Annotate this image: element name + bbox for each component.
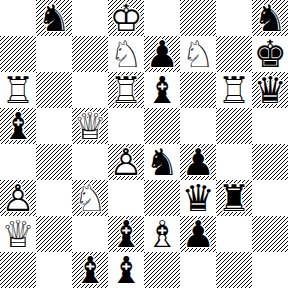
piece-glyph: ♙ (109, 144, 142, 181)
piece-black-pawn[interactable]: ♟♟ (180, 216, 216, 252)
piece-glyph: ♛ (181, 180, 214, 217)
piece-black-rook[interactable]: ♜♜ (216, 180, 252, 216)
square-a4[interactable] (0, 144, 36, 180)
piece-black-king[interactable]: ♚♚ (252, 36, 288, 72)
square-c4[interactable] (72, 144, 108, 180)
piece-black-knight[interactable]: ♞♞ (144, 144, 180, 180)
piece-black-queen[interactable]: ♛♛ (180, 180, 216, 216)
piece-glyph: ♞ (145, 144, 178, 181)
piece-white-pawn[interactable]: ♟♙ (0, 180, 36, 216)
piece-black-bishop[interactable]: ♝♝ (0, 108, 36, 144)
square-f4[interactable]: ♟♟ (180, 144, 216, 180)
square-e6[interactable]: ♝♝ (144, 72, 180, 108)
square-e7[interactable]: ♟♟ (144, 36, 180, 72)
square-d1[interactable]: ♝♝ (108, 252, 144, 288)
piece-glyph: ♖ (217, 72, 250, 109)
piece-black-bishop[interactable]: ♝♝ (144, 72, 180, 108)
square-b8[interactable]: ♞♞ (36, 0, 72, 36)
square-h5[interactable] (252, 108, 288, 144)
square-b3[interactable] (36, 180, 72, 216)
square-c6[interactable] (72, 72, 108, 108)
square-h2[interactable] (252, 216, 288, 252)
square-c2[interactable] (72, 216, 108, 252)
square-e2[interactable]: ♝♗ (144, 216, 180, 252)
piece-white-pawn[interactable]: ♟♙ (108, 144, 144, 180)
chess-board: ♞♞♚♔♞♞♞♘♟♟♞♘♚♚♜♖♜♖♝♝♜♖♛♛♝♝♛♕♟♙♞♞♟♟♟♙♞♘♛♛… (0, 0, 288, 288)
square-g7[interactable] (216, 36, 252, 72)
piece-glyph: ♝ (109, 216, 142, 253)
square-e5[interactable] (144, 108, 180, 144)
square-b7[interactable] (36, 36, 72, 72)
piece-glyph: ♙ (1, 180, 34, 217)
square-g8[interactable] (216, 0, 252, 36)
square-c5[interactable]: ♛♕ (72, 108, 108, 144)
square-h6[interactable]: ♛♛ (252, 72, 288, 108)
square-c1[interactable]: ♝♝ (72, 252, 108, 288)
square-a7[interactable] (0, 36, 36, 72)
square-d6[interactable]: ♜♖ (108, 72, 144, 108)
piece-black-bishop[interactable]: ♝♝ (108, 252, 144, 288)
square-d2[interactable]: ♝♝ (108, 216, 144, 252)
square-h3[interactable] (252, 180, 288, 216)
piece-glyph: ♝ (1, 108, 34, 145)
square-f1[interactable] (180, 252, 216, 288)
piece-glyph: ♘ (73, 180, 106, 217)
piece-glyph: ♝ (145, 72, 178, 109)
piece-glyph: ♟ (181, 144, 214, 181)
square-e4[interactable]: ♞♞ (144, 144, 180, 180)
square-h1[interactable] (252, 252, 288, 288)
square-a1[interactable] (0, 252, 36, 288)
piece-glyph: ♔ (109, 0, 142, 37)
piece-white-king[interactable]: ♚♔ (108, 0, 144, 36)
square-d4[interactable]: ♟♙ (108, 144, 144, 180)
piece-black-bishop[interactable]: ♝♝ (108, 216, 144, 252)
piece-black-pawn[interactable]: ♟♟ (180, 144, 216, 180)
square-b1[interactable] (36, 252, 72, 288)
piece-white-bishop[interactable]: ♝♗ (144, 216, 180, 252)
square-d8[interactable]: ♚♔ (108, 0, 144, 36)
piece-white-queen[interactable]: ♛♕ (72, 108, 108, 144)
piece-glyph: ♞ (37, 0, 70, 37)
square-c7[interactable] (72, 36, 108, 72)
piece-glyph: ♟ (145, 36, 178, 73)
square-g6[interactable]: ♜♖ (216, 72, 252, 108)
square-f5[interactable] (180, 108, 216, 144)
piece-glyph: ♗ (145, 216, 178, 253)
piece-glyph: ♜ (217, 180, 250, 217)
piece-glyph: ♖ (1, 72, 34, 109)
piece-glyph: ♛ (253, 72, 286, 109)
square-a3[interactable]: ♟♙ (0, 180, 36, 216)
piece-black-knight[interactable]: ♞♞ (36, 0, 72, 36)
piece-glyph: ♖ (109, 72, 142, 109)
square-g5[interactable] (216, 108, 252, 144)
square-e1[interactable] (144, 252, 180, 288)
square-d7[interactable]: ♞♘ (108, 36, 144, 72)
piece-white-rook[interactable]: ♜♖ (216, 72, 252, 108)
square-b5[interactable] (36, 108, 72, 144)
piece-glyph: ♟ (181, 216, 214, 253)
square-d5[interactable] (108, 108, 144, 144)
piece-black-pawn[interactable]: ♟♟ (144, 36, 180, 72)
piece-white-knight[interactable]: ♞♘ (108, 36, 144, 72)
piece-black-bishop[interactable]: ♝♝ (72, 252, 108, 288)
square-f6[interactable] (180, 72, 216, 108)
square-a8[interactable] (0, 0, 36, 36)
square-g3[interactable]: ♜♜ (216, 180, 252, 216)
piece-black-queen[interactable]: ♛♛ (252, 72, 288, 108)
square-c3[interactable]: ♞♘ (72, 180, 108, 216)
square-h4[interactable] (252, 144, 288, 180)
square-h8[interactable]: ♞♞ (252, 0, 288, 36)
square-h7[interactable]: ♚♚ (252, 36, 288, 72)
piece-glyph: ♝ (73, 252, 106, 288)
square-f2[interactable]: ♟♟ (180, 216, 216, 252)
piece-black-knight[interactable]: ♞♞ (252, 0, 288, 36)
square-g4[interactable] (216, 144, 252, 180)
piece-white-queen[interactable]: ♛♕ (0, 216, 36, 252)
piece-white-knight[interactable]: ♞♘ (72, 180, 108, 216)
square-g2[interactable] (216, 216, 252, 252)
piece-white-rook[interactable]: ♜♖ (0, 72, 36, 108)
piece-white-knight[interactable]: ♞♘ (180, 36, 216, 72)
square-d3[interactable] (108, 180, 144, 216)
square-e8[interactable] (144, 0, 180, 36)
piece-glyph: ♘ (109, 36, 142, 73)
square-c8[interactable] (72, 0, 108, 36)
piece-glyph: ♕ (73, 108, 106, 145)
square-b2[interactable] (36, 216, 72, 252)
piece-glyph: ♚ (253, 36, 286, 73)
square-f7[interactable]: ♞♘ (180, 36, 216, 72)
square-g1[interactable] (216, 252, 252, 288)
piece-glyph: ♕ (1, 216, 34, 253)
piece-glyph: ♝ (109, 252, 142, 288)
square-a6[interactable]: ♜♖ (0, 72, 36, 108)
piece-white-rook[interactable]: ♜♖ (108, 72, 144, 108)
square-a2[interactable]: ♛♕ (0, 216, 36, 252)
piece-glyph: ♞ (253, 0, 286, 37)
piece-glyph: ♘ (181, 36, 214, 73)
square-e3[interactable] (144, 180, 180, 216)
square-b4[interactable] (36, 144, 72, 180)
square-a5[interactable]: ♝♝ (0, 108, 36, 144)
square-f8[interactable] (180, 0, 216, 36)
square-f3[interactable]: ♛♛ (180, 180, 216, 216)
square-b6[interactable] (36, 72, 72, 108)
